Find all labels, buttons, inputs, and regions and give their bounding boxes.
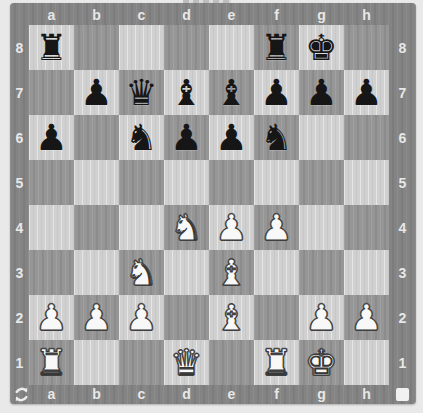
- piece-white-pawn[interactable]: ♟: [344, 295, 389, 340]
- square-h1[interactable]: [344, 340, 389, 385]
- square-g7[interactable]: ♟: [299, 70, 344, 115]
- file-labels-bottom: abcdefgh: [29, 385, 389, 404]
- square-c1[interactable]: [119, 340, 164, 385]
- square-e3[interactable]: ♝: [209, 250, 254, 295]
- square-a8[interactable]: ♜: [29, 25, 74, 70]
- piece-white-knight[interactable]: ♞: [119, 250, 164, 295]
- square-d4[interactable]: ♞: [164, 205, 209, 250]
- square-a7[interactable]: [29, 70, 74, 115]
- coordinate-label: 4: [10, 205, 29, 250]
- square-g2[interactable]: ♟: [299, 295, 344, 340]
- coordinate-label: 7: [389, 70, 416, 115]
- coordinate-label: 5: [389, 160, 416, 205]
- coordinate-label: h: [344, 3, 389, 25]
- piece-white-knight[interactable]: ♞: [164, 205, 209, 250]
- square-e5[interactable]: [209, 160, 254, 205]
- square-f6[interactable]: ♞: [254, 115, 299, 160]
- square-b7[interactable]: ♟: [74, 70, 119, 115]
- square-h2[interactable]: ♟: [344, 295, 389, 340]
- piece-white-bishop[interactable]: ♝: [209, 295, 254, 340]
- coordinate-label: h: [344, 385, 389, 404]
- square-h6[interactable]: [344, 115, 389, 160]
- square-c3[interactable]: ♞: [119, 250, 164, 295]
- coordinate-label: c: [119, 385, 164, 404]
- square-d3[interactable]: [164, 250, 209, 295]
- coordinate-label: 4: [389, 205, 416, 250]
- square-e6[interactable]: ♟: [209, 115, 254, 160]
- square-c5[interactable]: [119, 160, 164, 205]
- piece-black-pawn[interactable]: ♟: [344, 70, 389, 115]
- square-f8[interactable]: ♜: [254, 25, 299, 70]
- coordinate-label: 6: [389, 115, 416, 160]
- coordinate-label: 1: [389, 340, 416, 385]
- square-f2[interactable]: [254, 295, 299, 340]
- coordinate-label: g: [299, 385, 344, 404]
- coordinate-label: a: [29, 3, 74, 25]
- coordinate-label: 3: [10, 250, 29, 295]
- coordinate-label: 3: [389, 250, 416, 295]
- square-a2[interactable]: ♟: [29, 295, 74, 340]
- piece-black-rook[interactable]: ♜: [29, 25, 74, 70]
- square-f7[interactable]: ♟: [254, 70, 299, 115]
- square-f1[interactable]: ♜: [254, 340, 299, 385]
- piece-white-rook[interactable]: ♜: [29, 340, 74, 385]
- square-c2[interactable]: ♟: [119, 295, 164, 340]
- piece-black-pawn[interactable]: ♟: [254, 70, 299, 115]
- coordinate-label: d: [164, 3, 209, 25]
- square-h5[interactable]: [344, 160, 389, 205]
- coordinate-label: 5: [10, 160, 29, 205]
- coordinate-label: 1: [10, 340, 29, 385]
- piece-white-pawn[interactable]: ♟: [119, 295, 164, 340]
- square-f3[interactable]: [254, 250, 299, 295]
- square-b2[interactable]: ♟: [74, 295, 119, 340]
- square-a3[interactable]: [29, 250, 74, 295]
- square-g6[interactable]: [299, 115, 344, 160]
- square-h7[interactable]: ♟: [344, 70, 389, 115]
- square-b8[interactable]: [74, 25, 119, 70]
- piece-white-pawn[interactable]: ♟: [254, 205, 299, 250]
- square-d1[interactable]: ♛: [164, 340, 209, 385]
- square-c8[interactable]: [119, 25, 164, 70]
- file-labels-top: abcdefgh: [29, 3, 389, 25]
- coordinate-label: e: [209, 385, 254, 404]
- square-f5[interactable]: [254, 160, 299, 205]
- piece-white-pawn[interactable]: ♟: [299, 295, 344, 340]
- square-a1[interactable]: ♜: [29, 340, 74, 385]
- square-c4[interactable]: [119, 205, 164, 250]
- piece-black-pawn[interactable]: ♟: [164, 115, 209, 160]
- coordinate-label: b: [74, 385, 119, 404]
- coordinate-label: 2: [10, 295, 29, 340]
- piece-black-knight[interactable]: ♞: [254, 115, 299, 160]
- piece-black-pawn[interactable]: ♟: [29, 115, 74, 160]
- piece-white-pawn[interactable]: ♟: [29, 295, 74, 340]
- square-b4[interactable]: [74, 205, 119, 250]
- chess-board-widget: abcdefgh abcdefgh 87654321 87654321 ♜♜♚♟…: [0, 0, 423, 413]
- piece-black-knight[interactable]: ♞: [119, 115, 164, 160]
- coordinate-label: 6: [10, 115, 29, 160]
- coordinate-label: f: [254, 385, 299, 404]
- piece-black-rook[interactable]: ♜: [254, 25, 299, 70]
- square-c6[interactable]: ♞: [119, 115, 164, 160]
- rotate-icon: [13, 386, 30, 403]
- square-g4[interactable]: [299, 205, 344, 250]
- coordinate-label: a: [29, 385, 74, 404]
- square-e7[interactable]: ♝: [209, 70, 254, 115]
- square-f4[interactable]: ♟: [254, 205, 299, 250]
- coordinate-label: f: [254, 3, 299, 25]
- square-a4[interactable]: [29, 205, 74, 250]
- coordinate-label: g: [299, 3, 344, 25]
- rank-labels-left: 87654321: [10, 25, 29, 385]
- square-d7[interactable]: ♝: [164, 70, 209, 115]
- flip-board-button[interactable]: [12, 386, 30, 403]
- square-d8[interactable]: [164, 25, 209, 70]
- piece-black-queen[interactable]: ♛: [119, 70, 164, 115]
- square-d2[interactable]: [164, 295, 209, 340]
- square-e2[interactable]: ♝: [209, 295, 254, 340]
- piece-black-king[interactable]: ♚: [299, 25, 344, 70]
- piece-black-pawn[interactable]: ♟: [209, 115, 254, 160]
- coordinate-label: 7: [10, 70, 29, 115]
- board-grid: ♜♜♚♟♛♝♝♟♟♟♟♞♟♟♞♞♟♟♞♝♟♟♟♝♟♟♜♛♜♚: [29, 25, 389, 385]
- square-a6[interactable]: ♟: [29, 115, 74, 160]
- piece-black-bishop[interactable]: ♝: [164, 70, 209, 115]
- square-c7[interactable]: ♛: [119, 70, 164, 115]
- piece-white-queen[interactable]: ♛: [164, 340, 209, 385]
- square-a5[interactable]: [29, 160, 74, 205]
- coordinate-label: d: [164, 385, 209, 404]
- coordinate-label: e: [209, 3, 254, 25]
- square-e8[interactable]: [209, 25, 254, 70]
- piece-white-rook[interactable]: ♜: [254, 340, 299, 385]
- square-d5[interactable]: [164, 160, 209, 205]
- square-g3[interactable]: [299, 250, 344, 295]
- coordinate-label: 8: [10, 25, 29, 70]
- piece-white-pawn[interactable]: ♟: [209, 205, 254, 250]
- coordinate-label: b: [74, 3, 119, 25]
- square-b1[interactable]: [74, 340, 119, 385]
- square-e1[interactable]: [209, 340, 254, 385]
- square-h8[interactable]: [344, 25, 389, 70]
- square-g5[interactable]: [299, 160, 344, 205]
- square-e4[interactable]: ♟: [209, 205, 254, 250]
- square-b5[interactable]: [74, 160, 119, 205]
- square-h4[interactable]: [344, 205, 389, 250]
- piece-white-pawn[interactable]: ♟: [74, 295, 119, 340]
- piece-black-pawn[interactable]: ♟: [299, 70, 344, 115]
- square-d6[interactable]: ♟: [164, 115, 209, 160]
- coordinate-label: 8: [389, 25, 416, 70]
- piece-black-bishop[interactable]: ♝: [209, 70, 254, 115]
- rank-labels-right: 87654321: [389, 25, 416, 385]
- square-g8[interactable]: ♚: [299, 25, 344, 70]
- corner-square-button[interactable]: [396, 388, 409, 401]
- coordinate-label: c: [119, 3, 164, 25]
- piece-white-king[interactable]: ♚: [299, 340, 344, 385]
- coordinate-label: 2: [389, 295, 416, 340]
- square-h3[interactable]: [344, 250, 389, 295]
- piece-white-bishop[interactable]: ♝: [209, 250, 254, 295]
- square-g1[interactable]: ♚: [299, 340, 344, 385]
- square-b3[interactable]: [74, 250, 119, 295]
- piece-black-pawn[interactable]: ♟: [74, 70, 119, 115]
- square-b6[interactable]: [74, 115, 119, 160]
